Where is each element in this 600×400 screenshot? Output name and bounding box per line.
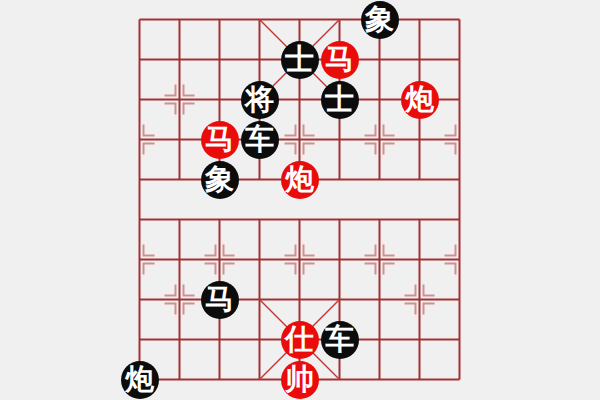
- red-cannon-piece[interactable]: 炮: [281, 161, 319, 199]
- xiangqi-diagram: 象士马将士炮马车象炮马仕车炮帅: [0, 0, 600, 400]
- pieces-layer: 象士马将士炮马车象炮马仕车炮帅: [0, 0, 600, 400]
- black-elephant-piece[interactable]: 象: [361, 1, 399, 39]
- black-chariot-piece[interactable]: 车: [241, 121, 279, 159]
- black-advisor-piece[interactable]: 士: [321, 81, 359, 119]
- black-cannon-piece[interactable]: 炮: [121, 361, 159, 399]
- red-horse-piece[interactable]: 马: [321, 41, 359, 79]
- black-chariot-piece[interactable]: 车: [321, 321, 359, 359]
- red-cannon-piece[interactable]: 炮: [401, 81, 439, 119]
- black-horse-piece[interactable]: 马: [201, 281, 239, 319]
- red-horse-piece[interactable]: 马: [201, 121, 239, 159]
- red-general-piece[interactable]: 帅: [281, 361, 319, 399]
- black-advisor-piece[interactable]: 士: [281, 41, 319, 79]
- black-elephant-piece[interactable]: 象: [201, 161, 239, 199]
- black-general-piece[interactable]: 将: [241, 81, 279, 119]
- red-advisor-piece[interactable]: 仕: [281, 321, 319, 359]
